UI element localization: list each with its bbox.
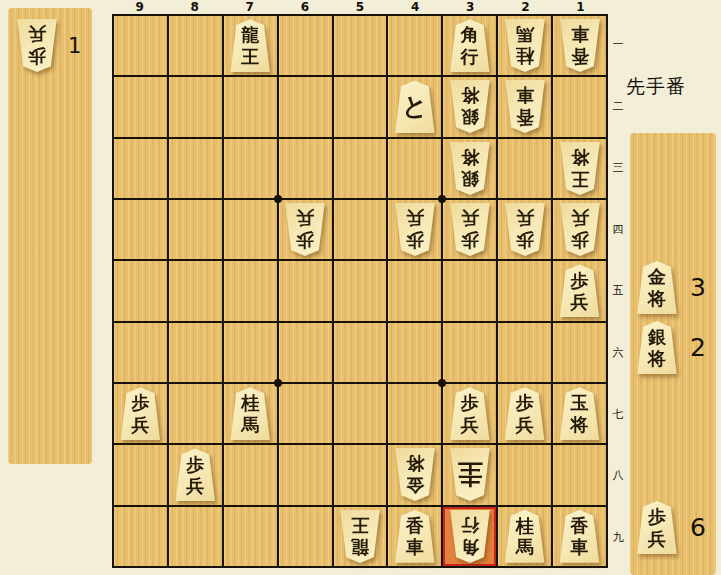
square-9-9[interactable] — [114, 507, 167, 566]
square-6-6[interactable] — [279, 323, 332, 382]
square-2-8[interactable] — [498, 445, 551, 504]
square-5-3[interactable] — [334, 139, 387, 198]
square-8-3[interactable] — [169, 139, 222, 198]
star-point — [438, 195, 446, 203]
sente-piece-角行-31[interactable]: 角行 — [449, 19, 491, 72]
square-3-5[interactable] — [443, 261, 496, 320]
square-8-8[interactable]: 歩兵 — [169, 445, 222, 504]
gote-piece-銀将-32[interactable]: 銀将 — [449, 80, 491, 133]
sente-hand-gold[interactable]: 金将 3 — [636, 261, 706, 314]
square-8-2[interactable] — [169, 77, 222, 136]
sente-piece-龍王-71[interactable]: 龍王 — [229, 19, 271, 72]
gote-piece-歩兵-34[interactable]: 歩兵 — [449, 203, 491, 256]
square-9-3[interactable] — [114, 139, 167, 198]
sente-hand-pawn-count: 6 — [690, 513, 706, 542]
star-point — [274, 379, 282, 387]
square-2-9[interactable]: 桂馬 — [498, 507, 551, 566]
square-1-9[interactable]: 香車 — [553, 507, 606, 566]
square-7-8[interactable] — [224, 445, 277, 504]
square-9-4[interactable] — [114, 200, 167, 259]
square-1-1[interactable]: 香車 — [553, 16, 606, 75]
turn-indicator: 先手番 — [626, 72, 718, 102]
square-3-1[interactable]: 角行 — [443, 16, 496, 75]
square-6-9[interactable] — [279, 507, 332, 566]
square-1-6[interactable] — [553, 323, 606, 382]
square-4-6[interactable] — [388, 323, 441, 382]
square-6-5[interactable] — [279, 261, 332, 320]
gote-piece-銀将-33[interactable]: 銀将 — [449, 142, 491, 195]
square-6-4[interactable]: 歩兵 — [279, 200, 332, 259]
gote-piece-圭-38[interactable]: 圭 — [449, 448, 491, 501]
sente-piece-香車-19[interactable]: 香車 — [559, 510, 601, 563]
square-7-3[interactable] — [224, 139, 277, 198]
square-2-2[interactable]: 香車 — [498, 77, 551, 136]
square-7-6[interactable] — [224, 323, 277, 382]
square-1-2[interactable] — [553, 77, 606, 136]
square-1-7[interactable]: 玉将 — [553, 384, 606, 443]
file-label-3: 3 — [443, 0, 498, 14]
square-9-8[interactable] — [114, 445, 167, 504]
gote-piece-龍王-59[interactable]: 龍王 — [339, 510, 381, 563]
rank-label-5: 五 — [610, 260, 626, 322]
gote-piece-香車-22[interactable]: 香車 — [504, 80, 546, 133]
square-6-1[interactable] — [279, 16, 332, 75]
file-label-8: 8 — [167, 0, 222, 14]
sente-piece-香車-49[interactable]: 香車 — [394, 510, 436, 563]
square-3-4[interactable]: 歩兵 — [443, 200, 496, 259]
square-6-8[interactable] — [279, 445, 332, 504]
square-6-2[interactable] — [279, 77, 332, 136]
square-2-6[interactable] — [498, 323, 551, 382]
sente-hand-gold-count: 3 — [690, 273, 706, 302]
square-5-6[interactable] — [334, 323, 387, 382]
square-1-3[interactable]: 王将 — [553, 139, 606, 198]
sente-piece-歩兵-15[interactable]: 歩兵 — [559, 264, 601, 317]
gote-piece-王将-13[interactable]: 王将 — [559, 142, 601, 195]
square-4-8[interactable]: 金将 — [388, 445, 441, 504]
gote-piece-歩兵-24[interactable]: 歩兵 — [504, 203, 546, 256]
sente-piece-歩兵-37[interactable]: 歩兵 — [449, 387, 491, 440]
square-5-2[interactable] — [334, 77, 387, 136]
gote-hand-tray: 歩兵 1 — [8, 8, 92, 464]
file-label-9: 9 — [112, 0, 167, 14]
square-3-9[interactable]: 角行 — [443, 507, 496, 566]
square-3-7[interactable]: 歩兵 — [443, 384, 496, 443]
file-label-5: 5 — [332, 0, 387, 14]
file-labels: 987654321 — [112, 0, 608, 14]
file-label-7: 7 — [222, 0, 277, 14]
file-label-4: 4 — [388, 0, 443, 14]
square-4-2[interactable]: と — [388, 77, 441, 136]
square-9-1[interactable] — [114, 16, 167, 75]
square-2-5[interactable] — [498, 261, 551, 320]
square-3-6[interactable] — [443, 323, 496, 382]
sente-piece-と-42[interactable]: と — [394, 80, 436, 133]
gote-piece-歩兵-14[interactable]: 歩兵 — [559, 203, 601, 256]
square-8-1[interactable] — [169, 16, 222, 75]
sente-piece-歩兵-88[interactable]: 歩兵 — [174, 448, 216, 501]
gote-piece-歩兵-64[interactable]: 歩兵 — [284, 203, 326, 256]
square-9-7[interactable]: 歩兵 — [114, 384, 167, 443]
square-8-6[interactable] — [169, 323, 222, 382]
rank-label-1: 一 — [610, 14, 626, 76]
square-1-8[interactable] — [553, 445, 606, 504]
square-8-7[interactable] — [169, 384, 222, 443]
rank-label-2: 二 — [610, 76, 626, 138]
square-5-5[interactable] — [334, 261, 387, 320]
shogi-board: 龍王角行桂馬香車と銀将香車銀将王将歩兵歩兵歩兵歩兵歩兵歩兵歩兵桂馬歩兵歩兵玉将歩… — [112, 14, 608, 568]
square-7-5[interactable] — [224, 261, 277, 320]
square-9-5[interactable] — [114, 261, 167, 320]
square-7-4[interactable] — [224, 200, 277, 259]
sente-piece-桂馬-29[interactable]: 桂馬 — [504, 510, 546, 563]
rank-label-7: 七 — [610, 383, 626, 445]
star-point — [274, 195, 282, 203]
gote-piece-歩兵-44[interactable]: 歩兵 — [394, 203, 436, 256]
square-3-3[interactable]: 銀将 — [443, 139, 496, 198]
square-5-9[interactable]: 龍王 — [334, 507, 387, 566]
gote-piece-金将-48[interactable]: 金将 — [394, 448, 436, 501]
square-8-5[interactable] — [169, 261, 222, 320]
star-point — [438, 379, 446, 387]
sente-piece-歩兵-27[interactable]: 歩兵 — [504, 387, 546, 440]
square-2-7[interactable]: 歩兵 — [498, 384, 551, 443]
square-1-4[interactable]: 歩兵 — [553, 200, 606, 259]
rank-label-9: 九 — [610, 506, 626, 568]
square-1-5[interactable]: 歩兵 — [553, 261, 606, 320]
sente-piece-玉将-17[interactable]: 玉将 — [559, 387, 601, 440]
file-label-1: 1 — [553, 0, 608, 14]
square-9-2[interactable] — [114, 77, 167, 136]
square-5-1[interactable] — [334, 16, 387, 75]
gote-piece-桂馬-21[interactable]: 桂馬 — [504, 19, 546, 72]
square-3-8[interactable]: 圭 — [443, 445, 496, 504]
sente-hand-gold-piece[interactable]: 金将 — [636, 261, 678, 314]
rank-labels: 一二三四五六七八九 — [610, 14, 626, 568]
rank-label-3: 三 — [610, 137, 626, 199]
gote-hand-pawn-piece[interactable]: 歩兵 — [16, 19, 58, 72]
square-7-1[interactable]: 龍王 — [224, 16, 277, 75]
rank-label-4: 四 — [610, 199, 626, 261]
sente-piece-歩兵-97[interactable]: 歩兵 — [119, 387, 161, 440]
sente-hand-tray: 金将 3 銀将 2 歩兵 6 — [630, 133, 716, 575]
sente-hand-silver-piece[interactable]: 銀将 — [636, 321, 678, 374]
square-2-3[interactable] — [498, 139, 551, 198]
gote-hand-pawn-count: 1 — [68, 34, 81, 58]
file-label-6: 6 — [277, 0, 332, 14]
square-6-7[interactable] — [279, 384, 332, 443]
square-4-1[interactable] — [388, 16, 441, 75]
square-9-6[interactable] — [114, 323, 167, 382]
sente-hand-silver[interactable]: 銀将 2 — [636, 321, 706, 374]
sente-piece-桂馬-77[interactable]: 桂馬 — [229, 387, 271, 440]
sente-hand-silver-count: 2 — [690, 333, 706, 362]
square-4-9[interactable]: 香車 — [388, 507, 441, 566]
square-7-2[interactable] — [224, 77, 277, 136]
square-5-4[interactable] — [334, 200, 387, 259]
gote-hand-pawn[interactable]: 歩兵 1 — [16, 19, 81, 72]
square-4-7[interactable] — [388, 384, 441, 443]
gote-piece-香車-11[interactable]: 香車 — [559, 19, 601, 72]
sente-hand-pawn[interactable]: 歩兵 6 — [636, 501, 706, 554]
square-2-4[interactable]: 歩兵 — [498, 200, 551, 259]
square-4-4[interactable]: 歩兵 — [388, 200, 441, 259]
square-5-8[interactable] — [334, 445, 387, 504]
square-6-3[interactable] — [279, 139, 332, 198]
gote-piece-角行-39[interactable]: 角行 — [449, 510, 491, 563]
square-4-3[interactable] — [388, 139, 441, 198]
square-3-2[interactable]: 銀将 — [443, 77, 496, 136]
square-7-7[interactable]: 桂馬 — [224, 384, 277, 443]
square-8-9[interactable] — [169, 507, 222, 566]
square-8-4[interactable] — [169, 200, 222, 259]
rank-label-8: 八 — [610, 445, 626, 507]
square-5-7[interactable] — [334, 384, 387, 443]
square-4-5[interactable] — [388, 261, 441, 320]
square-2-1[interactable]: 桂馬 — [498, 16, 551, 75]
square-7-9[interactable] — [224, 507, 277, 566]
sente-hand-pawn-piece[interactable]: 歩兵 — [636, 501, 678, 554]
rank-label-6: 六 — [610, 322, 626, 384]
file-label-2: 2 — [498, 0, 553, 14]
